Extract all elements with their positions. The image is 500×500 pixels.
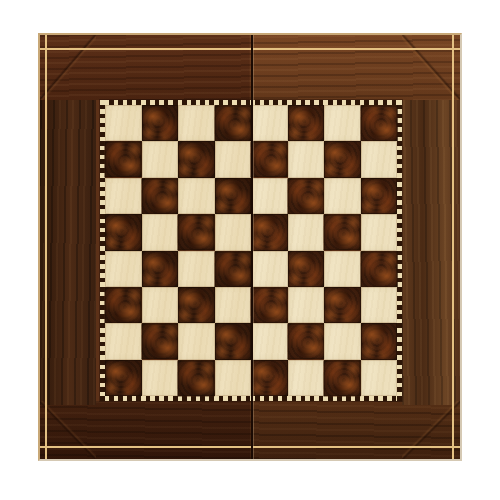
square-f7[interactable] xyxy=(288,141,325,177)
square-h1[interactable] xyxy=(361,360,398,396)
square-a3[interactable] xyxy=(105,287,142,323)
square-h7[interactable] xyxy=(361,141,398,177)
square-h2[interactable] xyxy=(361,323,398,359)
square-a6[interactable] xyxy=(105,178,142,214)
square-h8[interactable] xyxy=(361,105,398,141)
square-a8[interactable] xyxy=(105,105,142,141)
square-c4[interactable] xyxy=(178,251,215,287)
square-g5[interactable] xyxy=(324,214,361,250)
square-b8[interactable] xyxy=(142,105,179,141)
square-b6[interactable] xyxy=(142,178,179,214)
square-c5[interactable] xyxy=(178,214,215,250)
square-a2[interactable] xyxy=(105,323,142,359)
square-g6[interactable] xyxy=(324,178,361,214)
square-h6[interactable] xyxy=(361,178,398,214)
chess-board xyxy=(38,33,462,461)
square-b2[interactable] xyxy=(142,323,179,359)
dash-inlay-ribbon-right xyxy=(397,100,402,401)
square-g4[interactable] xyxy=(324,251,361,287)
square-d5[interactable] xyxy=(215,214,252,250)
square-e8[interactable] xyxy=(251,105,288,141)
square-g1[interactable] xyxy=(324,360,361,396)
frame-bottom xyxy=(40,401,460,459)
square-f4[interactable] xyxy=(288,251,325,287)
square-c2[interactable] xyxy=(178,323,215,359)
frame-top xyxy=(40,35,460,100)
square-f6[interactable] xyxy=(288,178,325,214)
square-b4[interactable] xyxy=(142,251,179,287)
square-d8[interactable] xyxy=(215,105,252,141)
square-f3[interactable] xyxy=(288,287,325,323)
square-c7[interactable] xyxy=(178,141,215,177)
square-b7[interactable] xyxy=(142,141,179,177)
square-a5[interactable] xyxy=(105,214,142,250)
pinstripe-inlay-top xyxy=(40,48,460,50)
square-e6[interactable] xyxy=(251,178,288,214)
square-f5[interactable] xyxy=(288,214,325,250)
square-b5[interactable] xyxy=(142,214,179,250)
square-d1[interactable] xyxy=(215,360,252,396)
pinstripe-inlay-right xyxy=(452,35,454,459)
square-f8[interactable] xyxy=(288,105,325,141)
square-d2[interactable] xyxy=(215,323,252,359)
square-b1[interactable] xyxy=(142,360,179,396)
pinstripe-inlay-bottom xyxy=(40,446,460,448)
square-g2[interactable] xyxy=(324,323,361,359)
square-h3[interactable] xyxy=(361,287,398,323)
square-f2[interactable] xyxy=(288,323,325,359)
square-c1[interactable] xyxy=(178,360,215,396)
square-d3[interactable] xyxy=(215,287,252,323)
square-c3[interactable] xyxy=(178,287,215,323)
square-c8[interactable] xyxy=(178,105,215,141)
square-e7[interactable] xyxy=(251,141,288,177)
square-h5[interactable] xyxy=(361,214,398,250)
square-d6[interactable] xyxy=(215,178,252,214)
square-c6[interactable] xyxy=(178,178,215,214)
square-a1[interactable] xyxy=(105,360,142,396)
center-hinge-seam xyxy=(251,35,253,459)
square-h4[interactable] xyxy=(361,251,398,287)
square-g8[interactable] xyxy=(324,105,361,141)
square-d7[interactable] xyxy=(215,141,252,177)
square-g3[interactable] xyxy=(324,287,361,323)
square-e4[interactable] xyxy=(251,251,288,287)
square-a7[interactable] xyxy=(105,141,142,177)
square-e2[interactable] xyxy=(251,323,288,359)
square-e1[interactable] xyxy=(251,360,288,396)
square-b3[interactable] xyxy=(142,287,179,323)
square-e5[interactable] xyxy=(251,214,288,250)
frame-left xyxy=(40,100,96,405)
square-e3[interactable] xyxy=(251,287,288,323)
square-f1[interactable] xyxy=(288,360,325,396)
square-g7[interactable] xyxy=(324,141,361,177)
square-d4[interactable] xyxy=(215,251,252,287)
square-a4[interactable] xyxy=(105,251,142,287)
pinstripe-inlay-left xyxy=(45,35,47,459)
